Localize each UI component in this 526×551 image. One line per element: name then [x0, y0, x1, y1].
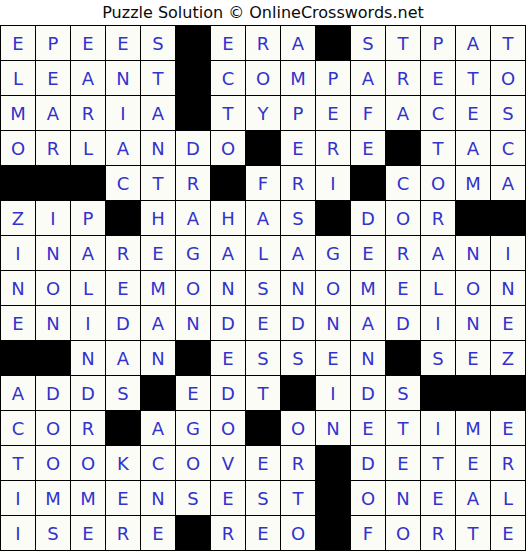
grid-cell: S: [246, 271, 280, 305]
black-cell: [36, 341, 70, 375]
grid-cell: E: [386, 271, 420, 305]
grid-cell: T: [246, 376, 280, 410]
grid-cell: I: [421, 411, 455, 445]
black-cell: [491, 201, 525, 235]
grid-cell: G: [316, 236, 350, 270]
grid-cell: E: [176, 376, 210, 410]
grid-cell: E: [1, 26, 35, 60]
grid-cell: V: [211, 446, 245, 480]
grid-cell: P: [71, 201, 105, 235]
grid-cell: M: [456, 166, 490, 200]
grid-cell: E: [421, 481, 455, 515]
crossword-grid: EPEESERASTPATLEANTCOMPARETOMARIATYPEFACE…: [0, 25, 526, 551]
grid-cell: S: [246, 341, 280, 375]
grid-cell: T: [211, 96, 245, 130]
grid-cell: I: [106, 96, 140, 130]
grid-cell: N: [1, 271, 35, 305]
grid-cell: S: [106, 376, 140, 410]
grid-cell: I: [421, 306, 455, 340]
grid-cell: L: [491, 481, 525, 515]
grid-cell: A: [176, 201, 210, 235]
grid-cell: E: [246, 306, 280, 340]
grid-cell: G: [176, 411, 210, 445]
grid-cell: A: [281, 236, 315, 270]
black-cell: [491, 376, 525, 410]
grid-cell: D: [211, 376, 245, 410]
grid-cell: N: [141, 341, 175, 375]
grid-cell: N: [211, 271, 245, 305]
grid-cell: N: [316, 411, 350, 445]
grid-cell: N: [316, 306, 350, 340]
grid-cell: N: [36, 236, 70, 270]
grid-cell: I: [491, 236, 525, 270]
grid-cell: N: [106, 61, 140, 95]
grid-cell: T: [491, 26, 525, 60]
grid-cell: O: [36, 446, 70, 480]
black-cell: [106, 411, 140, 445]
grid-cell: E: [351, 131, 385, 165]
grid-cell: M: [36, 481, 70, 515]
grid-cell: C: [211, 61, 245, 95]
grid-cell: C: [106, 166, 140, 200]
grid-cell: L: [71, 271, 105, 305]
grid-cell: A: [246, 201, 280, 235]
grid-cell: E: [141, 516, 175, 550]
grid-cell: N: [281, 271, 315, 305]
black-cell: [71, 166, 105, 200]
grid-cell: N: [141, 481, 175, 515]
grid-cell: A: [36, 96, 70, 130]
grid-cell: S: [141, 26, 175, 60]
grid-cell: O: [211, 411, 245, 445]
black-cell: [246, 411, 280, 445]
grid-cell: A: [106, 341, 140, 375]
grid-cell: O: [211, 131, 245, 165]
grid-cell: P: [281, 96, 315, 130]
grid-cell: R: [176, 166, 210, 200]
grid-cell: D: [211, 306, 245, 340]
grid-cell: E: [246, 516, 280, 550]
grid-cell: C: [491, 131, 525, 165]
grid-cell: D: [351, 446, 385, 480]
grid-cell: O: [71, 446, 105, 480]
grid-cell: A: [386, 96, 420, 130]
grid-cell: T: [421, 446, 455, 480]
grid-cell: A: [351, 306, 385, 340]
grid-cell: A: [456, 481, 490, 515]
black-cell: [211, 166, 245, 200]
grid-cell: Z: [491, 341, 525, 375]
grid-cell: I: [1, 236, 35, 270]
grid-cell: E: [456, 96, 490, 130]
grid-cell: E: [141, 236, 175, 270]
grid-cell: T: [386, 26, 420, 60]
grid-cell: A: [281, 26, 315, 60]
grid-cell: N: [386, 481, 420, 515]
grid-cell: O: [351, 481, 385, 515]
grid-cell: P: [36, 26, 70, 60]
grid-cell: O: [36, 411, 70, 445]
grid-cell: M: [456, 411, 490, 445]
grid-cell: N: [141, 131, 175, 165]
grid-cell: A: [71, 61, 105, 95]
grid-cell: D: [351, 376, 385, 410]
grid-cell: E: [281, 131, 315, 165]
grid-cell: O: [281, 516, 315, 550]
grid-cell: L: [71, 131, 105, 165]
grid-cell: E: [316, 96, 350, 130]
grid-cell: T: [386, 411, 420, 445]
grid-cell: O: [456, 271, 490, 305]
grid-cell: H: [211, 201, 245, 235]
grid-cell: R: [421, 516, 455, 550]
grid-cell: E: [491, 306, 525, 340]
grid-cell: E: [491, 411, 525, 445]
grid-cell: P: [316, 61, 350, 95]
grid-cell: M: [141, 271, 175, 305]
grid-cell: E: [71, 26, 105, 60]
grid-cell: N: [36, 306, 70, 340]
page-title: Puzzle Solution © OnlineCrosswords.net: [0, 0, 526, 25]
grid-cell: O: [281, 411, 315, 445]
grid-cell: A: [1, 376, 35, 410]
grid-cell: A: [456, 26, 490, 60]
grid-cell: A: [141, 96, 175, 130]
grid-cell: R: [106, 516, 140, 550]
grid-cell: N: [491, 271, 525, 305]
black-cell: [316, 516, 350, 550]
black-cell: [386, 341, 420, 375]
black-cell: [176, 26, 210, 60]
grid-cell: O: [176, 271, 210, 305]
grid-cell: R: [36, 131, 70, 165]
grid-cell: N: [456, 236, 490, 270]
grid-cell: O: [316, 271, 350, 305]
grid-cell: S: [246, 481, 280, 515]
grid-cell: N: [351, 341, 385, 375]
grid-cell: R: [491, 446, 525, 480]
grid-cell: A: [106, 131, 140, 165]
grid-cell: R: [281, 446, 315, 480]
grid-cell: T: [281, 481, 315, 515]
grid-cell: Y: [246, 96, 280, 130]
grid-cell: T: [421, 131, 455, 165]
grid-cell: E: [211, 26, 245, 60]
grid-cell: F: [246, 166, 280, 200]
black-cell: [176, 96, 210, 130]
black-cell: [421, 376, 455, 410]
grid-cell: N: [456, 306, 490, 340]
grid-cell: R: [211, 516, 245, 550]
grid-cell: O: [386, 516, 420, 550]
grid-cell: L: [1, 61, 35, 95]
grid-cell: S: [36, 516, 70, 550]
grid-cell: N: [71, 341, 105, 375]
grid-cell: E: [491, 516, 525, 550]
grid-cell: F: [351, 516, 385, 550]
grid-cell: C: [141, 446, 175, 480]
grid-cell: O: [386, 201, 420, 235]
grid-cell: A: [211, 236, 245, 270]
grid-cell: I: [1, 516, 35, 550]
black-cell: [281, 376, 315, 410]
black-cell: [36, 166, 70, 200]
grid-cell: S: [176, 481, 210, 515]
grid-cell: G: [176, 236, 210, 270]
black-cell: [106, 201, 140, 235]
grid-cell: O: [246, 61, 280, 95]
black-cell: [141, 376, 175, 410]
grid-cell: E: [106, 26, 140, 60]
black-cell: [316, 26, 350, 60]
grid-cell: E: [421, 61, 455, 95]
grid-cell: I: [36, 201, 70, 235]
grid-cell: R: [386, 236, 420, 270]
grid-cell: R: [246, 26, 280, 60]
grid-cell: S: [281, 201, 315, 235]
grid-cell: M: [71, 481, 105, 515]
black-cell: [456, 201, 490, 235]
grid-cell: T: [141, 166, 175, 200]
black-cell: [246, 131, 280, 165]
grid-cell: S: [386, 376, 420, 410]
grid-cell: T: [456, 516, 490, 550]
grid-cell: L: [421, 271, 455, 305]
grid-cell: I: [71, 306, 105, 340]
grid-cell: D: [176, 131, 210, 165]
grid-cell: E: [386, 446, 420, 480]
grid-cell: R: [71, 411, 105, 445]
grid-cell: E: [456, 446, 490, 480]
grid-cell: O: [36, 271, 70, 305]
grid-cell: D: [71, 376, 105, 410]
grid-cell: R: [71, 96, 105, 130]
grid-cell: D: [36, 376, 70, 410]
grid-cell: E: [456, 341, 490, 375]
grid-cell: T: [141, 61, 175, 95]
black-cell: [351, 166, 385, 200]
grid-cell: O: [176, 446, 210, 480]
grid-cell: C: [421, 96, 455, 130]
grid-cell: C: [386, 166, 420, 200]
grid-cell: E: [351, 236, 385, 270]
grid-cell: D: [281, 306, 315, 340]
grid-cell: A: [141, 411, 175, 445]
grid-cell: S: [421, 341, 455, 375]
grid-cell: R: [106, 236, 140, 270]
grid-cell: K: [106, 446, 140, 480]
grid-cell: R: [281, 166, 315, 200]
black-cell: [176, 516, 210, 550]
grid-cell: E: [106, 271, 140, 305]
grid-cell: A: [491, 166, 525, 200]
grid-cell: D: [386, 306, 420, 340]
grid-cell: O: [421, 166, 455, 200]
grid-cell: R: [386, 61, 420, 95]
grid-cell: Z: [1, 201, 35, 235]
grid-cell: E: [211, 341, 245, 375]
grid-cell: D: [106, 306, 140, 340]
grid-cell: I: [316, 376, 350, 410]
grid-cell: E: [36, 61, 70, 95]
grid-cell: D: [351, 201, 385, 235]
black-cell: [316, 201, 350, 235]
grid-cell: C: [1, 411, 35, 445]
black-cell: [456, 376, 490, 410]
grid-cell: S: [281, 341, 315, 375]
grid-cell: F: [351, 96, 385, 130]
grid-cell: E: [316, 341, 350, 375]
grid-cell: E: [211, 481, 245, 515]
grid-cell: E: [1, 306, 35, 340]
grid-cell: T: [456, 61, 490, 95]
grid-cell: R: [421, 201, 455, 235]
black-cell: [1, 341, 35, 375]
grid-cell: H: [141, 201, 175, 235]
grid-cell: O: [1, 131, 35, 165]
black-cell: [386, 131, 420, 165]
crossword-solution-page: Puzzle Solution © OnlineCrosswords.net E…: [0, 0, 526, 551]
grid-cell: M: [351, 271, 385, 305]
grid-cell: A: [456, 131, 490, 165]
black-cell: [316, 446, 350, 480]
grid-cell: A: [71, 236, 105, 270]
grid-cell: E: [106, 481, 140, 515]
black-cell: [316, 481, 350, 515]
grid-cell: M: [281, 61, 315, 95]
grid-cell: N: [176, 306, 210, 340]
grid-cell: M: [1, 96, 35, 130]
grid-cell: E: [71, 516, 105, 550]
grid-cell: S: [351, 26, 385, 60]
grid-cell: A: [141, 306, 175, 340]
grid-cell: T: [1, 446, 35, 480]
black-cell: [176, 61, 210, 95]
grid-cell: A: [351, 61, 385, 95]
grid-cell: I: [316, 166, 350, 200]
black-cell: [1, 166, 35, 200]
grid-cell: E: [351, 411, 385, 445]
black-cell: [176, 341, 210, 375]
grid-cell: S: [491, 96, 525, 130]
grid-cell: O: [491, 61, 525, 95]
grid-cell: P: [421, 26, 455, 60]
grid-cell: A: [421, 236, 455, 270]
grid-cell: R: [316, 131, 350, 165]
grid-cell: E: [246, 446, 280, 480]
grid-cell: I: [1, 481, 35, 515]
grid-cell: L: [246, 236, 280, 270]
